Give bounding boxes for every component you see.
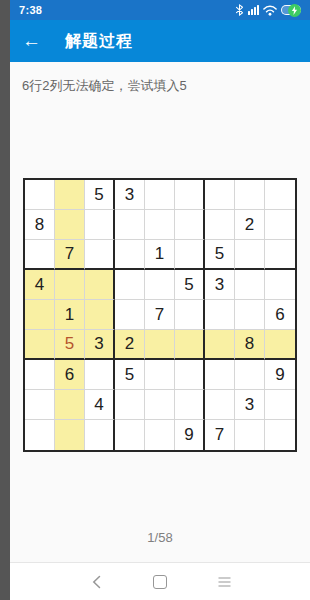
- cell-r3c8: [235, 240, 265, 270]
- cell-r4c5: [145, 270, 175, 300]
- cell-r1c5: [145, 180, 175, 210]
- cell-r3c4: [115, 240, 145, 270]
- home-icon: [153, 575, 167, 589]
- cell-r3c3: [85, 240, 115, 270]
- battery-charging-icon: [281, 5, 301, 15]
- screen: 7:38 ← 解题过程: [10, 0, 310, 600]
- cell-r1c2: [55, 180, 85, 210]
- status-icons: [235, 4, 301, 16]
- cell-r7c7: [205, 360, 235, 390]
- page-title: 解题过程: [65, 31, 133, 52]
- cell-r4c8: [235, 270, 265, 300]
- cell-r6c1: [25, 330, 55, 360]
- cell-r5c9: 6: [265, 300, 295, 330]
- cell-r7c6: [175, 360, 205, 390]
- cell-r7c2: 6: [55, 360, 85, 390]
- cell-r6c9: [265, 330, 295, 360]
- sudoku-board[interactable]: 538271545317653286594397: [23, 178, 297, 452]
- cell-r3c7: 5: [205, 240, 235, 270]
- cell-r2c8: 2: [235, 210, 265, 240]
- cell-r5c7: [205, 300, 235, 330]
- cell-r8c7: [205, 390, 235, 420]
- cell-r7c9: 9: [265, 360, 295, 390]
- nav-menu-button[interactable]: [216, 574, 232, 590]
- cell-r6c4: 2: [115, 330, 145, 360]
- cell-r7c4: 5: [115, 360, 145, 390]
- cell-r3c2: 7: [55, 240, 85, 270]
- cell-r4c9: [265, 270, 295, 300]
- cell-r8c6: [175, 390, 205, 420]
- cell-r2c3: [85, 210, 115, 240]
- cell-r1c8: [235, 180, 265, 210]
- cell-r5c1: [25, 300, 55, 330]
- cell-r2c6: [175, 210, 205, 240]
- app-bar: ← 解题过程: [10, 20, 310, 62]
- cell-r4c2: [55, 270, 85, 300]
- cell-r5c6: [175, 300, 205, 330]
- bluetooth-icon: [235, 4, 244, 16]
- cell-r9c1: [25, 420, 55, 450]
- cell-r5c3: [85, 300, 115, 330]
- cell-r1c1: [25, 180, 55, 210]
- cell-r5c5: 7: [145, 300, 175, 330]
- cell-r8c5: [145, 390, 175, 420]
- cell-r2c7: [205, 210, 235, 240]
- step-message: 6行2列无法确定，尝试填入5: [22, 77, 187, 95]
- cell-r8c9: [265, 390, 295, 420]
- cell-r6c2: 5: [55, 330, 85, 360]
- cell-r1c9: [265, 180, 295, 210]
- cell-r3c1: [25, 240, 55, 270]
- cell-r8c4: [115, 390, 145, 420]
- cell-r4c6: 5: [175, 270, 205, 300]
- cell-r1c3: 5: [85, 180, 115, 210]
- cell-r9c8: [235, 420, 265, 450]
- cell-r2c9: [265, 210, 295, 240]
- cell-r9c6: 9: [175, 420, 205, 450]
- cell-r4c1: 4: [25, 270, 55, 300]
- cell-r6c5: [145, 330, 175, 360]
- clock: 7:38: [19, 4, 42, 16]
- back-icon[interactable]: ←: [22, 30, 46, 52]
- cell-r9c4: [115, 420, 145, 450]
- cell-r7c5: [145, 360, 175, 390]
- cell-r4c7: 3: [205, 270, 235, 300]
- cell-r5c4: [115, 300, 145, 330]
- cell-r2c2: [55, 210, 85, 240]
- cell-r4c3: [85, 270, 115, 300]
- cell-r4c4: [115, 270, 145, 300]
- cell-r6c3: 3: [85, 330, 115, 360]
- cell-r8c1: [25, 390, 55, 420]
- cell-r6c8: 8: [235, 330, 265, 360]
- status-bar: 7:38: [10, 0, 310, 20]
- cell-r3c6: [175, 240, 205, 270]
- cell-r3c5: 1: [145, 240, 175, 270]
- cell-r3c9: [265, 240, 295, 270]
- cell-r1c7: [205, 180, 235, 210]
- nav-home-button[interactable]: [152, 574, 168, 590]
- cell-r7c1: [25, 360, 55, 390]
- cell-r8c2: [55, 390, 85, 420]
- cell-r8c8: 3: [235, 390, 265, 420]
- cell-r2c5: [145, 210, 175, 240]
- cell-r8c3: 4: [85, 390, 115, 420]
- cell-r9c2: [55, 420, 85, 450]
- wifi-icon: [263, 5, 277, 16]
- cell-r9c5: [145, 420, 175, 450]
- cell-r1c4: 3: [115, 180, 145, 210]
- page-indicator: 1/58: [10, 530, 310, 545]
- content-area: 6行2列无法确定，尝试填入5 538271545317653286594397 …: [10, 62, 310, 562]
- cell-r2c1: 8: [25, 210, 55, 240]
- menu-icon: [218, 577, 231, 587]
- cell-r1c6: [175, 180, 205, 210]
- cell-r9c7: 7: [205, 420, 235, 450]
- cell-r6c7: [205, 330, 235, 360]
- cell-r5c2: 1: [55, 300, 85, 330]
- nav-back-button[interactable]: [88, 574, 104, 590]
- nav-bar: [10, 563, 310, 600]
- cell-r5c8: [235, 300, 265, 330]
- cell-r7c3: [85, 360, 115, 390]
- cell-r6c6: [175, 330, 205, 360]
- cell-r9c9: [265, 420, 295, 450]
- cell-r2c4: [115, 210, 145, 240]
- cell-r9c3: [85, 420, 115, 450]
- signal-icon: [248, 5, 259, 15]
- cell-r7c8: [235, 360, 265, 390]
- back-icon: [92, 575, 101, 589]
